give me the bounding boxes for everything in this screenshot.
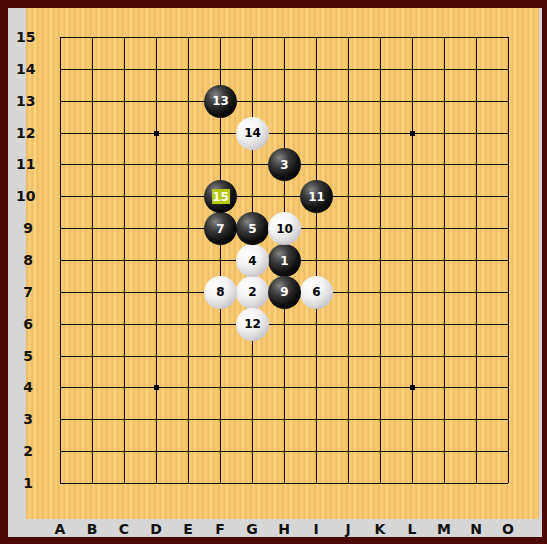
star-point-L4 [410,385,415,390]
grid-line-vertical-L [412,37,413,483]
stone-black-11-I10: 11 [300,180,333,213]
column-label-I: I [304,522,328,536]
star-point-L12 [410,131,415,136]
row-label-7: 7 [16,285,33,299]
board-panel: 123456789101112131415 151413121110987654… [8,8,542,537]
grid-line-vertical-J [348,37,349,483]
column-label-A: A [48,522,72,536]
stone-black-15-F10: 15 [204,180,237,213]
grid-line-horizontal-1 [60,483,508,484]
grid-line-horizontal-4 [60,387,508,388]
stone-white-12-G6: 12 [236,308,269,341]
row-label-5: 5 [16,349,33,363]
stone-white-2-G7: 2 [236,276,269,309]
row-label-11: 11 [16,157,33,171]
column-label-C: C [112,522,136,536]
goban-board[interactable]: 123456789101112131415 [26,8,539,519]
column-label-M: M [432,522,456,536]
grid-line-vertical-K [380,37,381,483]
stone-white-4-G8: 4 [236,244,269,277]
stone-black-1-H8: 1 [268,244,301,277]
row-label-1: 1 [16,476,33,490]
column-label-B: B [80,522,104,536]
stone-white-8-F7: 8 [204,276,237,309]
grid-line-horizontal-2 [60,451,508,452]
column-label-F: F [208,522,232,536]
stone-white-6-I7: 6 [300,276,333,309]
stone-white-10-H9: 10 [268,212,301,245]
grid-line-vertical-M [444,37,445,483]
grid-line-horizontal-3 [60,419,508,420]
column-label-G: G [240,522,264,536]
row-label-8: 8 [16,253,33,267]
last-move-highlight: 15 [212,189,230,204]
star-point-D12 [154,131,159,136]
column-label-H: H [272,522,296,536]
row-label-14: 14 [16,62,33,76]
stone-black-9-H7: 9 [268,276,301,309]
star-point-D4 [154,385,159,390]
column-label-L: L [400,522,424,536]
grid-line-horizontal-6 [60,324,508,325]
go-diagram-app: 123456789101112131415 151413121110987654… [0,0,547,544]
row-label-10: 10 [16,189,33,203]
column-label-O: O [496,522,520,536]
grid-line-horizontal-5 [60,356,508,357]
row-label-12: 12 [16,126,33,140]
grid-line-vertical-I [316,37,317,483]
stone-white-14-G12: 14 [236,117,269,150]
row-label-13: 13 [16,94,33,108]
grid-line-vertical-N [476,37,477,483]
stone-black-5-G9: 5 [236,212,269,245]
column-label-D: D [144,522,168,536]
stone-black-7-F9: 7 [204,212,237,245]
row-label-15: 15 [16,30,33,44]
stone-black-3-H11: 3 [268,148,301,181]
stone-black-13-F13: 13 [204,85,237,118]
row-label-2: 2 [16,444,33,458]
row-label-6: 6 [16,317,33,331]
grid-line-vertical-O [508,37,509,483]
row-label-3: 3 [16,412,33,426]
column-label-K: K [368,522,392,536]
column-label-N: N [464,522,488,536]
row-label-9: 9 [16,221,33,235]
column-label-E: E [176,522,200,536]
column-label-J: J [336,522,360,536]
row-label-4: 4 [16,380,33,394]
